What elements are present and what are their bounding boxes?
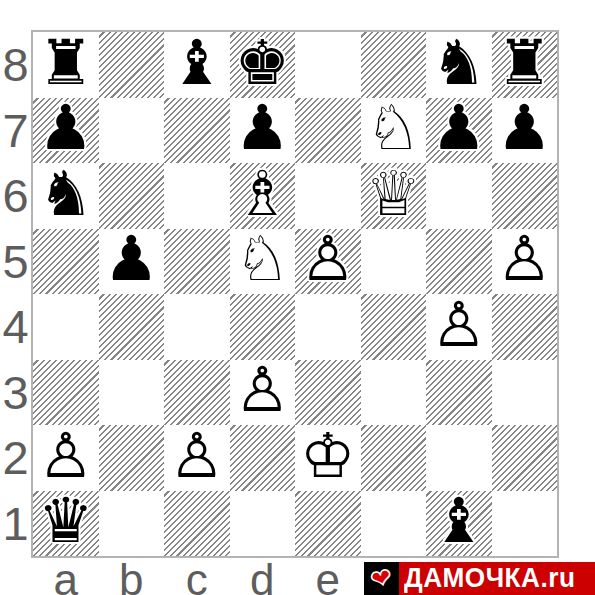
- file-label-c: c: [164, 556, 230, 595]
- square-e1[interactable]: [295, 491, 361, 557]
- square-a7[interactable]: ♟︎: [33, 98, 99, 164]
- piece-white-pawn-a2[interactable]: ♟︎♙︎: [33, 425, 99, 491]
- piece-black-queen-a1[interactable]: ♛︎: [33, 491, 99, 557]
- watermark-band: ДАМОЧКА.ru: [399, 562, 595, 595]
- square-h5[interactable]: ♟︎♙︎: [492, 229, 558, 295]
- piece-white-queen-f6[interactable]: ♛︎♕︎: [361, 163, 427, 229]
- square-f8[interactable]: [361, 32, 427, 98]
- piece-black-pawn-d7[interactable]: ♟︎: [230, 98, 296, 164]
- piece-black-bishop-c8[interactable]: ♝︎: [164, 32, 230, 98]
- piece-black-knight-g8[interactable]: ♞︎: [426, 32, 492, 98]
- rank-label-5: 5: [0, 229, 31, 295]
- piece-white-king-e2[interactable]: ♚︎♔︎: [295, 425, 361, 491]
- square-c7[interactable]: [164, 98, 230, 164]
- rank-label-6: 6: [0, 163, 31, 229]
- square-a4[interactable]: [33, 294, 99, 360]
- square-f2[interactable]: [361, 425, 427, 491]
- square-f3[interactable]: [361, 360, 427, 426]
- white-piece-outline: ♙︎: [431, 293, 487, 355]
- black-piece-glyph: ♞︎: [431, 31, 487, 93]
- square-h3[interactable]: [492, 360, 558, 426]
- square-g4[interactable]: ♟︎♙︎: [426, 294, 492, 360]
- square-c4[interactable]: [164, 294, 230, 360]
- piece-white-bishop-d6[interactable]: ♝︎♗︎: [230, 163, 296, 229]
- file-label-e: e: [295, 556, 361, 595]
- square-d4[interactable]: [230, 294, 296, 360]
- square-f1[interactable]: [361, 491, 427, 557]
- square-d1[interactable]: [230, 491, 296, 557]
- piece-black-bishop-g1[interactable]: ♝︎: [426, 491, 492, 557]
- rank-label-1: 1: [0, 491, 31, 557]
- square-f4[interactable]: [361, 294, 427, 360]
- square-b8[interactable]: [99, 32, 165, 98]
- white-piece-outline: ♙︎: [169, 424, 225, 486]
- rank-label-4: 4: [0, 294, 31, 360]
- black-piece-glyph: ♛︎: [38, 490, 94, 552]
- square-g1[interactable]: ♝︎: [426, 491, 492, 557]
- white-piece-outline: ♙︎: [234, 359, 290, 421]
- square-b4[interactable]: [99, 294, 165, 360]
- file-label-a: a: [33, 556, 99, 595]
- rank-label-7: 7: [0, 98, 31, 164]
- file-label-b: b: [99, 556, 165, 595]
- square-e7[interactable]: [295, 98, 361, 164]
- square-e8[interactable]: [295, 32, 361, 98]
- square-b7[interactable]: [99, 98, 165, 164]
- square-g7[interactable]: ♟︎: [426, 98, 492, 164]
- black-piece-glyph: ♟︎: [496, 97, 552, 159]
- square-e4[interactable]: [295, 294, 361, 360]
- piece-black-pawn-a7[interactable]: ♟︎: [33, 98, 99, 164]
- rank-labels: 87654321: [0, 32, 31, 556]
- black-piece-glyph: ♟︎: [431, 97, 487, 159]
- square-d6[interactable]: ♝︎♗︎: [230, 163, 296, 229]
- square-b1[interactable]: [99, 491, 165, 557]
- white-piece-outline: ♙︎: [38, 424, 94, 486]
- black-piece-glyph: ♞︎: [38, 162, 94, 224]
- black-piece-glyph: ♝︎: [169, 31, 225, 93]
- piece-white-pawn-d3[interactable]: ♟︎♙︎: [230, 360, 296, 426]
- piece-white-pawn-c2[interactable]: ♟︎♙︎: [164, 425, 230, 491]
- square-c1[interactable]: [164, 491, 230, 557]
- square-g8[interactable]: ♞︎: [426, 32, 492, 98]
- piece-black-pawn-h7[interactable]: ♟︎: [492, 98, 558, 164]
- piece-black-rook-a8[interactable]: ♜︎: [33, 32, 99, 98]
- white-piece-outline: ♘︎: [365, 97, 421, 159]
- square-c5[interactable]: [164, 229, 230, 295]
- square-h1[interactable]: [492, 491, 558, 557]
- square-f7[interactable]: ♞︎♘︎: [361, 98, 427, 164]
- square-h2[interactable]: [492, 425, 558, 491]
- square-e5[interactable]: ♟︎♙︎: [295, 229, 361, 295]
- square-f5[interactable]: [361, 229, 427, 295]
- black-piece-glyph: ♜︎: [38, 31, 94, 93]
- square-c6[interactable]: [164, 163, 230, 229]
- square-a2[interactable]: ♟︎♙︎: [33, 425, 99, 491]
- square-g2[interactable]: [426, 425, 492, 491]
- black-piece-glyph: ♚︎: [234, 31, 290, 93]
- square-a8[interactable]: ♜︎: [33, 32, 99, 98]
- square-h7[interactable]: ♟︎: [492, 98, 558, 164]
- square-d2[interactable]: [230, 425, 296, 491]
- piece-white-knight-f7[interactable]: ♞︎♘︎: [361, 98, 427, 164]
- white-piece-outline: ♔︎: [300, 424, 356, 486]
- chess-board: ♜︎♝︎♚︎♞︎♜︎♟︎♟︎♞︎♘︎♟︎♟︎♞︎♝︎♗︎♛︎♕︎♟︎♞︎♘︎♟︎…: [31, 30, 559, 558]
- heart-icon: ❤︎: [368, 564, 394, 593]
- watermark-link[interactable]: ❤︎ ДАМОЧКА.ru: [364, 562, 595, 595]
- piece-black-rook-h8[interactable]: ♜︎: [492, 32, 558, 98]
- piece-white-pawn-e5[interactable]: ♟︎♙︎: [295, 229, 361, 295]
- square-d3[interactable]: ♟︎♙︎: [230, 360, 296, 426]
- piece-black-pawn-g7[interactable]: ♟︎: [426, 98, 492, 164]
- piece-white-pawn-g4[interactable]: ♟︎♙︎: [426, 294, 492, 360]
- piece-white-knight-d5[interactable]: ♞︎♘︎: [230, 229, 296, 295]
- piece-black-king-d8[interactable]: ♚︎: [230, 32, 296, 98]
- black-piece-glyph: ♟︎: [38, 97, 94, 159]
- square-d8[interactable]: ♚︎: [230, 32, 296, 98]
- square-d5[interactable]: ♞︎♘︎: [230, 229, 296, 295]
- square-a6[interactable]: ♞︎: [33, 163, 99, 229]
- square-d7[interactable]: ♟︎: [230, 98, 296, 164]
- watermark-site-text: ДАМОЧКА.ru: [404, 565, 575, 592]
- square-g3[interactable]: [426, 360, 492, 426]
- square-e6[interactable]: [295, 163, 361, 229]
- rank-label-3: 3: [0, 360, 31, 426]
- white-piece-outline: ♙︎: [300, 228, 356, 290]
- square-g5[interactable]: [426, 229, 492, 295]
- square-a1[interactable]: ♛︎: [33, 491, 99, 557]
- white-piece-outline: ♕︎: [365, 162, 421, 224]
- piece-white-pawn-h5[interactable]: ♟︎♙︎: [492, 229, 558, 295]
- black-piece-glyph: ♟︎: [234, 97, 290, 159]
- square-f6[interactable]: ♛︎♕︎: [361, 163, 427, 229]
- square-g6[interactable]: [426, 163, 492, 229]
- black-piece-glyph: ♟︎: [103, 228, 159, 290]
- piece-black-pawn-b5[interactable]: ♟︎: [99, 229, 165, 295]
- rank-label-2: 2: [0, 425, 31, 491]
- chess-diagram: 87654321 ♜︎♝︎♚︎♞︎♜︎♟︎♟︎♞︎♘︎♟︎♟︎♞︎♝︎♗︎♛︎♕…: [0, 0, 595, 595]
- square-h6[interactable]: [492, 163, 558, 229]
- square-b3[interactable]: [99, 360, 165, 426]
- square-e3[interactable]: [295, 360, 361, 426]
- square-a5[interactable]: [33, 229, 99, 295]
- rank-label-8: 8: [0, 32, 31, 98]
- square-b6[interactable]: [99, 163, 165, 229]
- square-b2[interactable]: [99, 425, 165, 491]
- white-piece-outline: ♗︎: [234, 162, 290, 224]
- white-piece-outline: ♘︎: [234, 228, 290, 290]
- square-h8[interactable]: ♜︎: [492, 32, 558, 98]
- square-c3[interactable]: [164, 360, 230, 426]
- square-a3[interactable]: [33, 360, 99, 426]
- square-b5[interactable]: ♟︎: [99, 229, 165, 295]
- black-piece-glyph: ♜︎: [496, 31, 552, 93]
- white-piece-outline: ♙︎: [496, 228, 552, 290]
- square-e2[interactable]: ♚︎♔︎: [295, 425, 361, 491]
- file-label-d: d: [230, 556, 296, 595]
- square-h4[interactable]: [492, 294, 558, 360]
- square-c2[interactable]: ♟︎♙︎: [164, 425, 230, 491]
- piece-black-knight-a6[interactable]: ♞︎: [33, 163, 99, 229]
- black-piece-glyph: ♝︎: [431, 490, 487, 552]
- watermark-heart-box: ❤︎: [364, 562, 399, 595]
- square-c8[interactable]: ♝︎: [164, 32, 230, 98]
